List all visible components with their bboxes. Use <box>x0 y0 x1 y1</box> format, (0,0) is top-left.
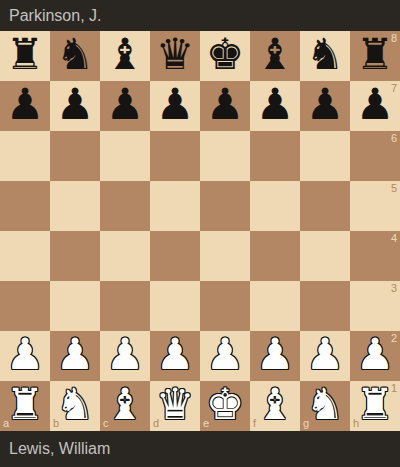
player-top-bar: Parkinson, J. <box>0 0 400 31</box>
square-e8[interactable]: ♚ <box>200 31 250 81</box>
piece-white-pawn[interactable]: ♟ <box>206 333 245 376</box>
square-f5[interactable] <box>250 181 300 231</box>
square-g3[interactable] <box>300 281 350 331</box>
piece-black-knight[interactable]: ♞ <box>56 33 95 76</box>
square-a2[interactable]: ♟ <box>0 331 50 381</box>
piece-black-rook[interactable]: ♜ <box>6 33 45 76</box>
coord-rank-5: 5 <box>391 183 397 194</box>
square-h5[interactable]: 5 <box>350 181 400 231</box>
square-g6[interactable] <box>300 131 350 181</box>
square-f7[interactable]: ♟ <box>250 81 300 131</box>
piece-white-pawn[interactable]: ♟ <box>306 333 345 376</box>
square-a5[interactable] <box>0 181 50 231</box>
player-bottom-bar: Lewis, William <box>0 431 400 467</box>
player-bottom-name: Lewis, William <box>9 440 110 458</box>
piece-black-bishop[interactable]: ♝ <box>106 33 145 76</box>
square-c8[interactable]: ♝ <box>100 31 150 81</box>
piece-black-pawn[interactable]: ♟ <box>6 83 45 126</box>
square-b2[interactable]: ♟ <box>50 331 100 381</box>
square-d7[interactable]: ♟ <box>150 81 200 131</box>
square-h4[interactable]: 4 <box>350 231 400 281</box>
piece-white-pawn[interactable]: ♟ <box>256 333 295 376</box>
square-b4[interactable] <box>50 231 100 281</box>
piece-white-pawn[interactable]: ♟ <box>106 333 145 376</box>
piece-black-pawn[interactable]: ♟ <box>256 83 295 126</box>
square-d4[interactable] <box>150 231 200 281</box>
piece-white-rook[interactable]: ♜ <box>356 383 395 426</box>
square-g8[interactable]: ♞ <box>300 31 350 81</box>
square-e7[interactable]: ♟ <box>200 81 250 131</box>
square-h7[interactable]: ♟7 <box>350 81 400 131</box>
piece-white-pawn[interactable]: ♟ <box>56 333 95 376</box>
square-b1[interactable]: ♞b <box>50 381 100 431</box>
square-c7[interactable]: ♟ <box>100 81 150 131</box>
piece-black-queen[interactable]: ♛ <box>156 33 195 76</box>
square-f3[interactable] <box>250 281 300 331</box>
piece-white-rook[interactable]: ♜ <box>6 383 45 426</box>
square-a8[interactable]: ♜ <box>0 31 50 81</box>
piece-black-pawn[interactable]: ♟ <box>306 83 345 126</box>
square-e1[interactable]: ♚e <box>200 381 250 431</box>
square-c2[interactable]: ♟ <box>100 331 150 381</box>
square-b6[interactable] <box>50 131 100 181</box>
square-e2[interactable]: ♟ <box>200 331 250 381</box>
square-f6[interactable] <box>250 131 300 181</box>
coord-rank-4: 4 <box>391 233 397 244</box>
piece-white-pawn[interactable]: ♟ <box>6 333 45 376</box>
piece-black-pawn[interactable]: ♟ <box>156 83 195 126</box>
square-d5[interactable] <box>150 181 200 231</box>
coord-rank-6: 6 <box>391 133 397 144</box>
square-a1[interactable]: ♜a <box>0 381 50 431</box>
square-h1[interactable]: ♜1h <box>350 381 400 431</box>
square-a7[interactable]: ♟ <box>0 81 50 131</box>
piece-black-pawn[interactable]: ♟ <box>106 83 145 126</box>
piece-white-king[interactable]: ♚ <box>206 383 245 426</box>
piece-black-rook[interactable]: ♜ <box>356 33 395 76</box>
square-g5[interactable] <box>300 181 350 231</box>
square-g7[interactable]: ♟ <box>300 81 350 131</box>
piece-black-bishop[interactable]: ♝ <box>256 33 295 76</box>
piece-black-knight[interactable]: ♞ <box>306 33 345 76</box>
piece-white-knight[interactable]: ♞ <box>306 383 345 426</box>
square-d8[interactable]: ♛ <box>150 31 200 81</box>
piece-black-pawn[interactable]: ♟ <box>356 83 395 126</box>
square-g1[interactable]: ♞g <box>300 381 350 431</box>
square-b3[interactable] <box>50 281 100 331</box>
square-c4[interactable] <box>100 231 150 281</box>
square-a3[interactable] <box>0 281 50 331</box>
square-f1[interactable]: ♝f <box>250 381 300 431</box>
piece-white-bishop[interactable]: ♝ <box>256 383 295 426</box>
square-h6[interactable]: 6 <box>350 131 400 181</box>
square-d2[interactable]: ♟ <box>150 331 200 381</box>
piece-white-pawn[interactable]: ♟ <box>156 333 195 376</box>
square-h3[interactable]: 3 <box>350 281 400 331</box>
square-d6[interactable] <box>150 131 200 181</box>
square-g4[interactable] <box>300 231 350 281</box>
square-f2[interactable]: ♟ <box>250 331 300 381</box>
square-b5[interactable] <box>50 181 100 231</box>
square-a6[interactable] <box>0 131 50 181</box>
square-e3[interactable] <box>200 281 250 331</box>
square-c5[interactable] <box>100 181 150 231</box>
square-f8[interactable]: ♝ <box>250 31 300 81</box>
chess-board: ♜♞♝♛♚♝♞♜8♟♟♟♟♟♟♟♟76543♟♟♟♟♟♟♟♟2♜a♞b♝c♛d♚… <box>0 31 400 431</box>
player-top-name: Parkinson, J. <box>9 7 101 25</box>
piece-white-pawn[interactable]: ♟ <box>356 333 395 376</box>
piece-black-pawn[interactable]: ♟ <box>56 83 95 126</box>
square-e4[interactable] <box>200 231 250 281</box>
square-b8[interactable]: ♞ <box>50 31 100 81</box>
square-g2[interactable]: ♟ <box>300 331 350 381</box>
square-b7[interactable]: ♟ <box>50 81 100 131</box>
piece-white-knight[interactable]: ♞ <box>56 383 95 426</box>
square-a4[interactable] <box>0 231 50 281</box>
piece-black-pawn[interactable]: ♟ <box>206 83 245 126</box>
square-d1[interactable]: ♛d <box>150 381 200 431</box>
piece-white-bishop[interactable]: ♝ <box>106 383 145 426</box>
square-h8[interactable]: ♜8 <box>350 31 400 81</box>
piece-black-king[interactable]: ♚ <box>206 33 245 76</box>
coord-rank-3: 3 <box>391 283 397 294</box>
square-c6[interactable] <box>100 131 150 181</box>
square-e6[interactable] <box>200 131 250 181</box>
piece-white-queen[interactable]: ♛ <box>156 383 195 426</box>
square-d3[interactable] <box>150 281 200 331</box>
square-c3[interactable] <box>100 281 150 331</box>
chess-game-view: Parkinson, J. ♜♞♝♛♚♝♞♜8♟♟♟♟♟♟♟♟76543♟♟♟♟… <box>0 0 400 467</box>
square-e5[interactable] <box>200 181 250 231</box>
square-f4[interactable] <box>250 231 300 281</box>
square-c1[interactable]: ♝c <box>100 381 150 431</box>
square-h2[interactable]: ♟2 <box>350 331 400 381</box>
